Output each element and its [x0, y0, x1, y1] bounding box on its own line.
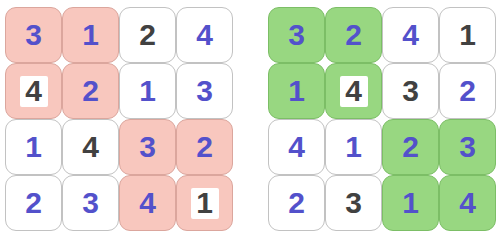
cell-r4c3[interactable]: 4	[119, 175, 176, 231]
cell-r1c3[interactable]: 4	[382, 7, 439, 63]
cell-r2c4[interactable]: 2	[439, 63, 496, 119]
cell-r4c4[interactable]: 1	[176, 175, 233, 231]
left-grid: 3124421314322341	[5, 7, 233, 231]
entry-digit: 1	[402, 188, 419, 218]
cell-r3c4[interactable]: 3	[439, 119, 496, 175]
entry-digit: 3	[196, 76, 213, 106]
entry-digit: 3	[82, 188, 99, 218]
given-digit: 4	[82, 132, 99, 162]
entry-digit: 1	[139, 76, 156, 106]
given-inset-square: 1	[191, 188, 219, 219]
cell-r3c3[interactable]: 3	[119, 119, 176, 175]
entry-digit: 1	[25, 132, 42, 162]
cell-r2c3[interactable]: 1	[119, 63, 176, 119]
cell-r4c2[interactable]: 3	[325, 175, 382, 231]
given-inset-square: 4	[20, 76, 48, 107]
cell-r2c1[interactable]: 4	[5, 63, 62, 119]
cell-r4c2[interactable]: 3	[62, 175, 119, 231]
cell-r2c4[interactable]: 3	[176, 63, 233, 119]
cell-r3c3[interactable]: 2	[382, 119, 439, 175]
given-inset-square: 4	[340, 76, 368, 107]
entry-digit: 2	[82, 76, 99, 106]
entry-digit: 1	[345, 132, 362, 162]
entry-digit: 2	[25, 188, 42, 218]
cell-r3c1[interactable]: 1	[5, 119, 62, 175]
given-digit: 1	[196, 188, 213, 218]
cell-r2c3[interactable]: 3	[382, 63, 439, 119]
cell-r1c1[interactable]: 3	[268, 7, 325, 63]
cell-r4c1[interactable]: 2	[268, 175, 325, 231]
entry-digit: 3	[25, 20, 42, 50]
cell-r1c4[interactable]: 4	[176, 7, 233, 63]
cell-r3c2[interactable]: 4	[62, 119, 119, 175]
given-digit: 4	[345, 76, 362, 106]
given-digit: 2	[139, 20, 156, 50]
entry-digit: 3	[288, 20, 305, 50]
cell-r4c4[interactable]: 4	[439, 175, 496, 231]
cell-r1c3[interactable]: 2	[119, 7, 176, 63]
entry-digit: 2	[459, 76, 476, 106]
entry-digit: 2	[288, 188, 305, 218]
cell-r2c2[interactable]: 4	[325, 63, 382, 119]
entry-digit: 4	[402, 20, 419, 50]
cell-r3c4[interactable]: 2	[176, 119, 233, 175]
cell-r1c4[interactable]: 1	[439, 7, 496, 63]
entry-digit: 4	[139, 188, 156, 218]
cell-r1c2[interactable]: 1	[62, 7, 119, 63]
entry-digit: 4	[459, 188, 476, 218]
entry-digit: 2	[402, 132, 419, 162]
cell-r3c1[interactable]: 4	[268, 119, 325, 175]
cell-r4c3[interactable]: 1	[382, 175, 439, 231]
entry-digit: 2	[196, 132, 213, 162]
right-grid: 3241143241232314	[268, 7, 496, 231]
given-digit: 1	[459, 20, 476, 50]
given-digit: 3	[345, 188, 362, 218]
cell-r2c1[interactable]: 1	[268, 63, 325, 119]
entry-digit: 1	[288, 76, 305, 106]
cell-r4c1[interactable]: 2	[5, 175, 62, 231]
given-digit: 3	[402, 76, 419, 106]
entry-digit: 3	[459, 132, 476, 162]
cell-r3c2[interactable]: 1	[325, 119, 382, 175]
entry-digit: 3	[139, 132, 156, 162]
entry-digit: 4	[288, 132, 305, 162]
entry-digit: 1	[82, 20, 99, 50]
cell-r1c2[interactable]: 2	[325, 7, 382, 63]
sudoku-diagram: 3124421314322341 3241143241232314	[0, 0, 500, 236]
cell-r2c2[interactable]: 2	[62, 63, 119, 119]
entry-digit: 2	[345, 20, 362, 50]
cell-r1c1[interactable]: 3	[5, 7, 62, 63]
given-digit: 4	[25, 76, 42, 106]
entry-digit: 4	[196, 20, 213, 50]
